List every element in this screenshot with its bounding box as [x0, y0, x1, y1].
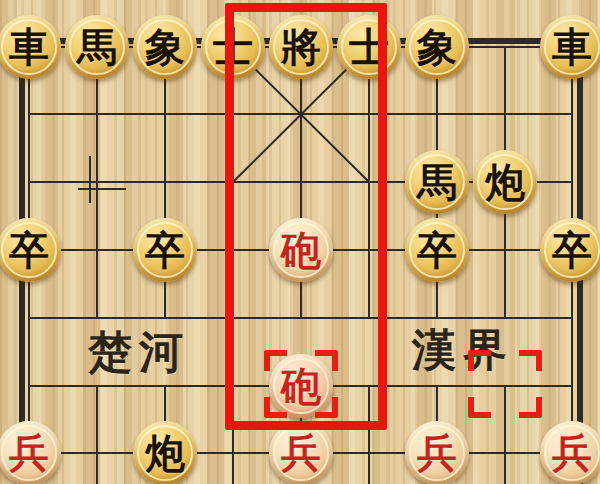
piece-red-cannon[interactable]: 砲 [269, 218, 333, 282]
piece-black-elephant[interactable]: 象 [133, 15, 197, 79]
black-cannon-glyph: 炮 [145, 433, 185, 473]
black-chariot-glyph: 車 [552, 27, 592, 67]
piece-red-soldier[interactable]: 兵 [0, 421, 61, 484]
black-cannon-glyph: 炮 [485, 162, 525, 202]
piece-black-advisor[interactable]: 士 [201, 15, 265, 79]
black-general-glyph: 將 [281, 27, 321, 67]
red-soldier-glyph: 兵 [9, 433, 49, 473]
black-soldier-glyph: 卒 [145, 230, 185, 270]
black-advisor-glyph: 士 [349, 27, 389, 67]
piece-black-soldier[interactable]: 卒 [540, 218, 600, 282]
piece-black-chariot[interactable]: 車 [540, 15, 600, 79]
piece-black-horse[interactable]: 馬 [65, 15, 129, 79]
red-cannon-selected-glyph: 砲 [281, 366, 321, 406]
piece-black-chariot[interactable]: 車 [0, 15, 61, 79]
black-advisor-glyph: 士 [213, 27, 253, 67]
black-soldier-glyph: 卒 [9, 230, 49, 270]
red-soldier-glyph: 兵 [281, 433, 321, 473]
black-soldier-glyph: 卒 [552, 230, 592, 270]
black-chariot-glyph: 車 [9, 27, 49, 67]
piece-black-horse[interactable]: 馬 [405, 150, 469, 214]
river-label-chu-he: 楚河 [88, 330, 190, 374]
black-soldier-glyph: 卒 [417, 230, 457, 270]
red-soldier-glyph: 兵 [552, 433, 592, 473]
piece-black-cannon[interactable]: 炮 [133, 421, 197, 484]
piece-black-elephant[interactable]: 象 [405, 15, 469, 79]
piece-red-soldier[interactable]: 兵 [540, 421, 600, 484]
cannon-point-cross-marker [78, 156, 126, 203]
xiangqi-board: 楚河 漢界 車馬象士將士象車馬炮卒卒砲卒卒砲兵炮兵兵兵 [0, 0, 600, 484]
piece-black-general[interactable]: 將 [269, 15, 333, 79]
river-label-han-jie: 漢界 [412, 328, 514, 372]
piece-red-soldier[interactable]: 兵 [405, 421, 469, 484]
black-horse-glyph: 馬 [77, 27, 117, 67]
red-soldier-glyph: 兵 [417, 433, 457, 473]
piece-black-cannon[interactable]: 炮 [473, 150, 537, 214]
red-cannon-glyph: 砲 [281, 230, 321, 270]
black-elephant-glyph: 象 [417, 27, 457, 67]
piece-red-soldier[interactable]: 兵 [269, 421, 333, 484]
black-elephant-glyph: 象 [145, 27, 185, 67]
piece-black-soldier[interactable]: 卒 [405, 218, 469, 282]
piece-black-soldier[interactable]: 卒 [133, 218, 197, 282]
piece-red-cannon-selected[interactable]: 砲 [269, 354, 333, 418]
piece-black-soldier[interactable]: 卒 [0, 218, 61, 282]
black-horse-glyph: 馬 [417, 162, 457, 202]
piece-black-advisor[interactable]: 士 [337, 15, 401, 79]
